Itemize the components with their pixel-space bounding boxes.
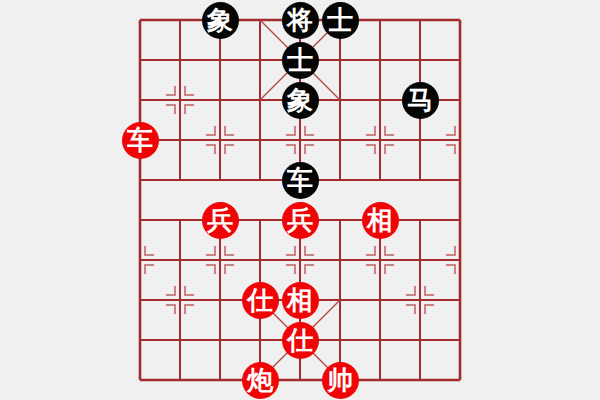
red-pawn-piece[interactable]: 兵 (282, 202, 319, 239)
xiangqi-board: 象将士士象马车车兵兵相仕相仕炮帅 (0, 0, 600, 400)
red-advisor-piece[interactable]: 仕 (282, 322, 319, 359)
black-elephant-piece[interactable]: 象 (282, 82, 319, 119)
black-horse-piece[interactable]: 马 (402, 82, 439, 119)
black-advisor-piece[interactable]: 士 (282, 42, 319, 79)
black-chariot-piece[interactable]: 车 (282, 162, 319, 199)
black-advisor-piece[interactable]: 士 (322, 2, 359, 39)
red-pawn-piece[interactable]: 兵 (202, 202, 239, 239)
black-elephant-piece[interactable]: 象 (202, 2, 239, 39)
red-elephant-piece[interactable]: 相 (362, 202, 399, 239)
red-cannon-piece[interactable]: 炮 (242, 362, 279, 399)
red-advisor-piece[interactable]: 仕 (242, 282, 279, 319)
black-general-piece[interactable]: 将 (282, 2, 319, 39)
red-elephant-piece[interactable]: 相 (282, 282, 319, 319)
pieces-layer: 象将士士象马车车兵兵相仕相仕炮帅 (0, 0, 600, 400)
red-general-piece[interactable]: 帅 (322, 362, 359, 399)
red-chariot-piece[interactable]: 车 (122, 122, 159, 159)
